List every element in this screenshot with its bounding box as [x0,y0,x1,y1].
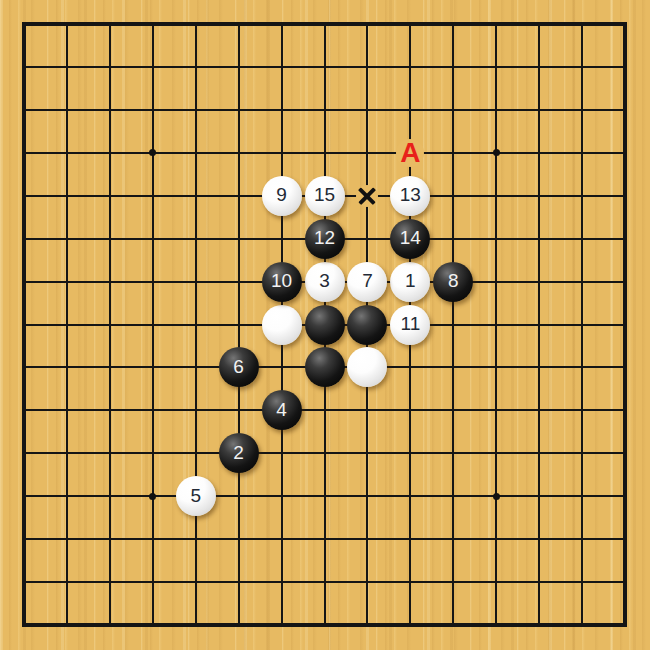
star-point [493,493,500,500]
grid-line-horizontal [22,538,627,540]
stone-number: 5 [190,486,201,505]
stone-white-15: 15 [305,176,345,216]
grid-line-horizontal [22,623,627,627]
stone-black-8: 8 [433,262,473,302]
stone-black [347,305,387,345]
stone-white-9: 9 [262,176,302,216]
grid-line-vertical [623,22,627,627]
star-point [149,493,156,500]
stone-white-7: 7 [347,262,387,302]
stone-number: 8 [448,271,459,290]
stone-black-10: 10 [262,262,302,302]
star-point [149,149,156,156]
stone-white [347,347,387,387]
stone-black [305,347,345,387]
stone-white [262,305,302,345]
stone-number: 9 [276,185,287,204]
stone-black [305,305,345,345]
go-board-screenshot: A123456789101112131415 [0,0,650,650]
stone-number: 10 [271,271,292,290]
cross-mark [355,184,379,208]
stone-black-6: 6 [219,347,259,387]
grid-line-vertical [581,22,583,627]
stone-number: 13 [400,185,421,204]
stone-white-5: 5 [176,476,216,516]
grid-line-horizontal [22,495,627,497]
grid-line-horizontal [22,452,627,454]
stone-number: 11 [400,314,420,333]
stone-number: 14 [400,228,421,247]
grid-line-vertical [452,22,454,627]
grid-line-horizontal [22,409,627,411]
stone-white-13: 13 [390,176,430,216]
grid-line-vertical [495,22,497,627]
letter-label: A [395,138,425,168]
star-point [493,149,500,156]
stone-number: 3 [319,271,330,290]
stone-white-1: 1 [390,262,430,302]
stone-white-11: 11 [390,305,430,345]
stone-number: 6 [233,357,244,376]
grid-line-vertical [538,22,540,627]
stone-number: 4 [276,400,287,419]
stone-black-4: 4 [262,390,302,430]
stone-number: 1 [405,271,416,290]
stone-number: 15 [314,185,335,204]
stone-number: 2 [233,443,244,462]
stone-black-12: 12 [305,219,345,259]
grid-line-horizontal [22,581,627,583]
stone-black-2: 2 [219,433,259,473]
stone-number: 12 [314,228,335,247]
stone-number: 7 [362,271,373,290]
stone-black-14: 14 [390,219,430,259]
go-board[interactable]: A123456789101112131415 [0,0,650,650]
stone-white-3: 3 [305,262,345,302]
